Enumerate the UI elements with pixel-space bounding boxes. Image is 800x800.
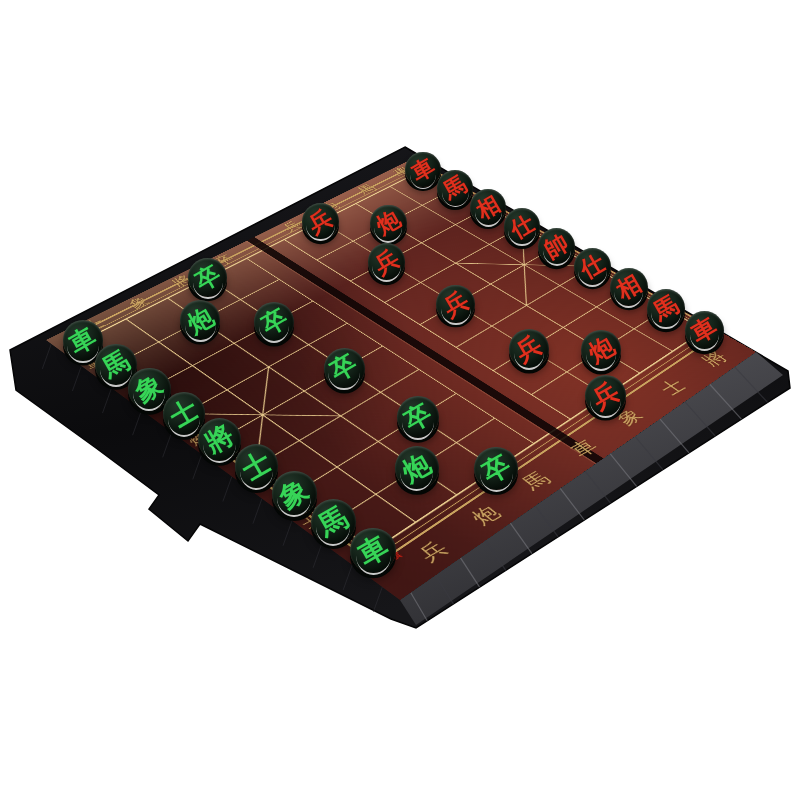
piece-character: 卒 [475, 446, 516, 491]
piece-red-cannon[interactable]: 炮 [581, 330, 621, 370]
piece-character: 象 [273, 470, 315, 516]
piece-character: 車 [406, 152, 439, 188]
piece-green-soldier[interactable]: 卒 [324, 348, 365, 389]
piece-character: 卒 [398, 395, 438, 438]
piece-character: 仕 [574, 247, 610, 285]
piece-red-advisor[interactable]: 仕 [504, 208, 541, 245]
piece-character: 士 [236, 444, 278, 489]
piece-red-advisor[interactable]: 仕 [574, 248, 612, 286]
piece-character: 相 [611, 267, 647, 306]
piece-red-elephant[interactable]: 相 [610, 268, 648, 306]
piece-character: 炮 [371, 204, 406, 242]
xiangqi-set-photo: 車馬炮兵卒將象士將士象車馬炮兵車馬炮象士 象棋 車馬相仕帥仕相馬車炮炮兵兵兵兵兵… [0, 0, 800, 800]
piece-red-chariot[interactable]: 車 [685, 311, 724, 350]
piece-green-soldier[interactable]: 卒 [254, 302, 294, 342]
piece-character: 兵 [368, 242, 404, 281]
piece-red-soldier[interactable]: 兵 [368, 243, 406, 281]
piece-green-advisor[interactable]: 士 [235, 444, 279, 488]
piece-character: 卒 [189, 258, 226, 298]
piece-character: 兵 [303, 202, 338, 240]
piece-character: 卒 [325, 347, 364, 389]
piece-character: 車 [351, 527, 395, 574]
piece-red-horse[interactable]: 馬 [437, 170, 473, 206]
piece-character: 兵 [510, 328, 548, 369]
piece-character: 馬 [312, 498, 355, 545]
piece-character: 炮 [582, 330, 620, 371]
piece-red-soldier[interactable]: 兵 [509, 329, 549, 369]
piece-red-cannon[interactable]: 炮 [370, 205, 407, 242]
piece-character: 仕 [505, 207, 540, 245]
piece-green-elephant[interactable]: 象 [272, 471, 317, 516]
piece-character: 兵 [437, 284, 474, 324]
piece-green-horse[interactable]: 馬 [311, 499, 356, 544]
piece-green-soldier[interactable]: 卒 [397, 396, 439, 438]
piece-red-general[interactable]: 帥 [538, 228, 575, 265]
piece-green-cannon[interactable]: 炮 [395, 446, 439, 490]
piece-red-soldier[interactable]: 兵 [302, 203, 339, 240]
piece-red-chariot[interactable]: 車 [405, 152, 440, 187]
piece-character: 帥 [539, 227, 574, 265]
piece-green-soldier[interactable]: 卒 [474, 447, 517, 490]
piece-character: 車 [686, 310, 723, 350]
piece-character: 馬 [438, 170, 472, 207]
piece-character: 將 [199, 417, 240, 462]
piece-character: 炮 [396, 446, 437, 491]
piece-character: 卒 [255, 301, 293, 342]
piece-character: 馬 [648, 288, 685, 328]
piece-red-horse[interactable]: 馬 [647, 289, 685, 327]
